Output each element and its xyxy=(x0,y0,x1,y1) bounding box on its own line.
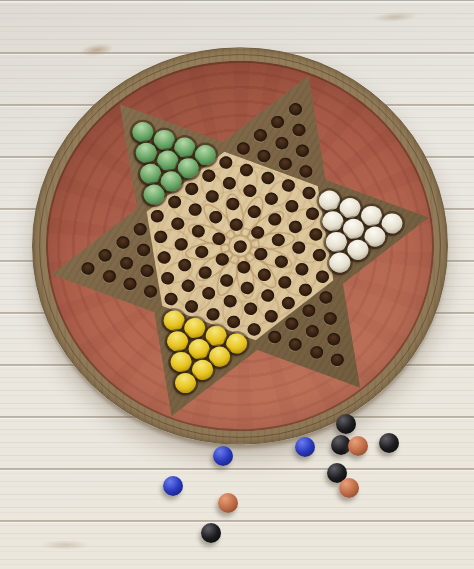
wood-table-background xyxy=(0,0,474,569)
loose-marble-blue[interactable] xyxy=(213,446,233,466)
loose-marble-blue[interactable] xyxy=(295,437,315,457)
loose-marble-orange[interactable] xyxy=(339,478,359,498)
loose-marble-blue[interactable] xyxy=(163,476,183,496)
star-board xyxy=(0,0,474,501)
loose-marble-black[interactable] xyxy=(379,433,399,453)
wood-knot xyxy=(372,10,419,23)
wood-knot xyxy=(40,540,90,550)
loose-marble-black[interactable] xyxy=(336,414,356,434)
loose-marble-orange[interactable] xyxy=(218,493,238,513)
loose-marble-orange[interactable] xyxy=(348,436,368,456)
game-board xyxy=(32,47,448,444)
loose-marble-black[interactable] xyxy=(201,523,221,543)
